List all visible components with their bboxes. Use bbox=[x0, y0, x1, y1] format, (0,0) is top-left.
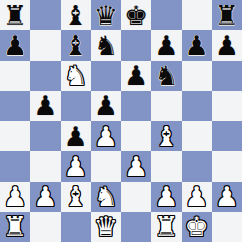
square-d5[interactable]: ♟ bbox=[91, 91, 121, 121]
square-h8[interactable]: ♜ bbox=[212, 0, 242, 30]
piece-white-pawn-f2[interactable]: ♟ bbox=[154, 183, 178, 210]
square-c7[interactable]: ♝ bbox=[61, 30, 91, 60]
piece-black-king-e8[interactable]: ♚ bbox=[124, 2, 148, 29]
square-a8[interactable]: ♜ bbox=[0, 0, 30, 30]
square-c8[interactable]: ♝ bbox=[61, 0, 91, 30]
square-a7[interactable]: ♟ bbox=[0, 30, 30, 60]
square-f8[interactable] bbox=[151, 0, 181, 30]
square-f1[interactable]: ♜ bbox=[151, 212, 181, 242]
piece-white-rook-f1[interactable]: ♜ bbox=[154, 213, 178, 240]
square-h4[interactable] bbox=[212, 121, 242, 151]
square-e4[interactable] bbox=[121, 121, 151, 151]
piece-white-rook-a1[interactable]: ♜ bbox=[3, 213, 27, 240]
square-e5[interactable] bbox=[121, 91, 151, 121]
piece-white-pawn-c3[interactable]: ♟ bbox=[64, 153, 88, 180]
piece-white-bishop-f4[interactable]: ♝ bbox=[154, 123, 178, 150]
piece-black-pawn-c4[interactable]: ♟ bbox=[64, 123, 88, 150]
square-e3[interactable]: ♟ bbox=[121, 151, 151, 181]
square-b7[interactable] bbox=[30, 30, 60, 60]
square-b8[interactable] bbox=[30, 0, 60, 30]
square-c3[interactable]: ♟ bbox=[61, 151, 91, 181]
square-c2[interactable]: ♝ bbox=[61, 182, 91, 212]
square-h7[interactable]: ♟ bbox=[212, 30, 242, 60]
square-h1[interactable] bbox=[212, 212, 242, 242]
square-g1[interactable]: ♚ bbox=[182, 212, 212, 242]
square-d7[interactable]: ♞ bbox=[91, 30, 121, 60]
square-f4[interactable]: ♝ bbox=[151, 121, 181, 151]
piece-white-bishop-c2[interactable]: ♝ bbox=[64, 183, 88, 210]
square-e7[interactable] bbox=[121, 30, 151, 60]
piece-black-knight-d7[interactable]: ♞ bbox=[94, 32, 118, 59]
piece-black-pawn-g7[interactable]: ♟ bbox=[185, 32, 209, 59]
square-c6[interactable]: ♞ bbox=[61, 61, 91, 91]
square-c5[interactable] bbox=[61, 91, 91, 121]
square-g3[interactable] bbox=[182, 151, 212, 181]
piece-black-bishop-c7[interactable]: ♝ bbox=[64, 32, 88, 59]
square-b1[interactable] bbox=[30, 212, 60, 242]
piece-black-pawn-b5[interactable]: ♟ bbox=[33, 92, 57, 119]
square-a5[interactable] bbox=[0, 91, 30, 121]
piece-white-pawn-h2[interactable]: ♟ bbox=[215, 183, 239, 210]
square-h5[interactable] bbox=[212, 91, 242, 121]
piece-white-knight-c6[interactable]: ♞ bbox=[64, 62, 88, 89]
square-g5[interactable] bbox=[182, 91, 212, 121]
square-a2[interactable]: ♟ bbox=[0, 182, 30, 212]
square-e6[interactable]: ♟ bbox=[121, 61, 151, 91]
piece-white-pawn-b2[interactable]: ♟ bbox=[33, 183, 57, 210]
square-f5[interactable] bbox=[151, 91, 181, 121]
piece-white-queen-d1[interactable]: ♛ bbox=[94, 213, 118, 240]
piece-white-pawn-e3[interactable]: ♟ bbox=[124, 153, 148, 180]
square-a1[interactable]: ♜ bbox=[0, 212, 30, 242]
square-g2[interactable]: ♟ bbox=[182, 182, 212, 212]
square-g6[interactable] bbox=[182, 61, 212, 91]
square-h3[interactable] bbox=[212, 151, 242, 181]
square-f7[interactable]: ♟ bbox=[151, 30, 181, 60]
square-d2[interactable]: ♞ bbox=[91, 182, 121, 212]
piece-black-rook-a8[interactable]: ♜ bbox=[3, 2, 27, 29]
square-h6[interactable] bbox=[212, 61, 242, 91]
piece-black-rook-h8[interactable]: ♜ bbox=[215, 2, 239, 29]
square-e8[interactable]: ♚ bbox=[121, 0, 151, 30]
square-d6[interactable] bbox=[91, 61, 121, 91]
square-d3[interactable] bbox=[91, 151, 121, 181]
square-f6[interactable]: ♞ bbox=[151, 61, 181, 91]
square-b2[interactable]: ♟ bbox=[30, 182, 60, 212]
square-b5[interactable]: ♟ bbox=[30, 91, 60, 121]
piece-white-pawn-a2[interactable]: ♟ bbox=[3, 183, 27, 210]
piece-black-pawn-d5[interactable]: ♟ bbox=[94, 92, 118, 119]
square-b6[interactable] bbox=[30, 61, 60, 91]
square-a3[interactable] bbox=[0, 151, 30, 181]
square-d4[interactable]: ♟ bbox=[91, 121, 121, 151]
square-b4[interactable] bbox=[30, 121, 60, 151]
chess-board: ♜♝♛♚♜♟♝♞♟♟♟♞♟♞♟♟♟♟♝♟♟♟♟♝♞♟♟♟♜♛♜♚ bbox=[0, 0, 242, 242]
piece-white-king-g1[interactable]: ♚ bbox=[185, 213, 209, 240]
square-a4[interactable] bbox=[0, 121, 30, 151]
piece-white-knight-d2[interactable]: ♞ bbox=[94, 183, 118, 210]
piece-black-pawn-a7[interactable]: ♟ bbox=[3, 32, 27, 59]
square-e1[interactable] bbox=[121, 212, 151, 242]
piece-white-pawn-d4[interactable]: ♟ bbox=[94, 123, 118, 150]
square-f2[interactable]: ♟ bbox=[151, 182, 181, 212]
square-g8[interactable] bbox=[182, 0, 212, 30]
piece-black-knight-f6[interactable]: ♞ bbox=[154, 62, 178, 89]
square-c1[interactable] bbox=[61, 212, 91, 242]
square-f3[interactable] bbox=[151, 151, 181, 181]
piece-black-queen-d8[interactable]: ♛ bbox=[94, 2, 118, 29]
square-c4[interactable]: ♟ bbox=[61, 121, 91, 151]
piece-black-pawn-h7[interactable]: ♟ bbox=[215, 32, 239, 59]
square-b3[interactable] bbox=[30, 151, 60, 181]
piece-black-pawn-e6[interactable]: ♟ bbox=[124, 62, 148, 89]
square-g4[interactable] bbox=[182, 121, 212, 151]
square-g7[interactable]: ♟ bbox=[182, 30, 212, 60]
piece-white-pawn-g2[interactable]: ♟ bbox=[185, 183, 209, 210]
square-a6[interactable] bbox=[0, 61, 30, 91]
square-h2[interactable]: ♟ bbox=[212, 182, 242, 212]
square-e2[interactable] bbox=[121, 182, 151, 212]
square-d1[interactable]: ♛ bbox=[91, 212, 121, 242]
square-d8[interactable]: ♛ bbox=[91, 0, 121, 30]
piece-black-pawn-f7[interactable]: ♟ bbox=[154, 32, 178, 59]
piece-black-bishop-c8[interactable]: ♝ bbox=[64, 2, 88, 29]
